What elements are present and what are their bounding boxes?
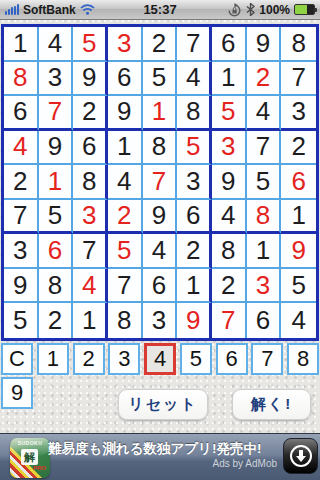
board-cell-r1c1[interactable]: 1 [4, 27, 39, 62]
board-cell-r2c4[interactable]: 6 [108, 62, 143, 97]
board-cell-r6c5[interactable]: 9 [143, 200, 178, 235]
board-cell-r4c2[interactable]: 9 [39, 131, 74, 166]
board-cell-r6c4[interactable]: 2 [108, 200, 143, 235]
board-cell-r5c7[interactable]: 9 [212, 165, 247, 200]
board-cell-r7c4[interactable]: 5 [108, 234, 143, 269]
battery-percent-label: 100% [259, 3, 290, 17]
board-cell-r3c1[interactable]: 6 [4, 96, 39, 131]
board-cell-r3c2[interactable]: 7 [39, 96, 74, 131]
board-cell-r4c7[interactable]: 3 [212, 131, 247, 166]
key-5[interactable]: 5 [180, 343, 212, 375]
board-cell-r7c6[interactable]: 2 [177, 234, 212, 269]
board-cell-r1c7[interactable]: 6 [212, 27, 247, 62]
board-cell-r5c1[interactable]: 2 [4, 165, 39, 200]
status-bar-left: SoftBank [0, 3, 100, 17]
board-cell-r4c9[interactable]: 2 [281, 131, 316, 166]
key-3[interactable]: 3 [108, 343, 140, 375]
board-cell-r9c9[interactable]: 4 [281, 303, 316, 338]
board-cell-r9c5[interactable]: 3 [143, 303, 178, 338]
board-cell-r3c8[interactable]: 4 [247, 96, 282, 131]
board-cell-r7c2[interactable]: 6 [39, 234, 74, 269]
board-cell-r2c7[interactable]: 1 [212, 62, 247, 97]
board-cell-r5c4[interactable]: 4 [108, 165, 143, 200]
board-cell-r7c1[interactable]: 3 [4, 234, 39, 269]
board-cell-r8c2[interactable]: 8 [39, 269, 74, 304]
board-cell-r1c5[interactable]: 2 [143, 27, 178, 62]
board-cell-r9c1[interactable]: 5 [4, 303, 39, 338]
board-cell-r1c6[interactable]: 7 [177, 27, 212, 62]
board-cell-r1c2[interactable]: 4 [39, 27, 74, 62]
board-cell-r8c6[interactable]: 1 [177, 269, 212, 304]
ad-icon-gloss [10, 438, 50, 456]
board-cell-r9c4[interactable]: 8 [108, 303, 143, 338]
board-cell-r4c1[interactable]: 4 [4, 131, 39, 166]
board-cell-r2c1[interactable]: 8 [4, 62, 39, 97]
board-cell-r5c5[interactable]: 7 [143, 165, 178, 200]
rotation-lock-icon [227, 3, 242, 17]
carrier-label: SoftBank [23, 3, 76, 17]
board-cell-r8c4[interactable]: 7 [108, 269, 143, 304]
board-cell-r6c7[interactable]: 4 [212, 200, 247, 235]
board-cell-r2c6[interactable]: 4 [177, 62, 212, 97]
board-cell-r3c5[interactable]: 1 [143, 96, 178, 131]
status-bar: SoftBank 15:37 100% [0, 0, 320, 20]
board-cell-r8c3[interactable]: 4 [73, 269, 108, 304]
board-cell-r4c8[interactable]: 7 [247, 131, 282, 166]
reset-button[interactable]: リセット [118, 389, 208, 420]
board-cell-r2c8[interactable]: 2 [247, 62, 282, 97]
board-cell-r3c9[interactable]: 3 [281, 96, 316, 131]
board-cell-r7c9[interactable]: 9 [281, 234, 316, 269]
board-cell-r6c6[interactable]: 6 [177, 200, 212, 235]
board-cell-r7c5[interactable]: 4 [143, 234, 178, 269]
key-clear[interactable]: C [1, 343, 33, 375]
board-cell-r6c1[interactable]: 7 [4, 200, 39, 235]
key-2[interactable]: 2 [73, 343, 105, 375]
solve-button[interactable]: 解く! [232, 389, 311, 420]
key-9[interactable]: 9 [1, 377, 33, 409]
board-cell-r3c3[interactable]: 2 [73, 96, 108, 131]
board-cell-r2c9[interactable]: 7 [281, 62, 316, 97]
board-cell-r8c9[interactable]: 5 [281, 269, 316, 304]
wifi-icon [80, 4, 95, 15]
board-cell-r3c6[interactable]: 8 [177, 96, 212, 131]
board-cell-r1c3[interactable]: 5 [73, 27, 108, 62]
ad-download-button[interactable] [283, 438, 318, 474]
board-cell-r9c8[interactable]: 6 [247, 303, 282, 338]
key-4[interactable]: 4 [144, 343, 176, 375]
board-cell-r4c4[interactable]: 1 [108, 131, 143, 166]
ad-icon-badge: PRO [33, 465, 46, 471]
board-cell-r8c8[interactable]: 3 [247, 269, 282, 304]
ad-headline[interactable]: 難易度も測れる数独アプリ!発売中! [48, 440, 261, 458]
board-cell-r9c6[interactable]: 9 [177, 303, 212, 338]
board-cell-r7c3[interactable]: 7 [73, 234, 108, 269]
board-cell-r4c5[interactable]: 8 [143, 131, 178, 166]
board-cell-r5c8[interactable]: 5 [247, 165, 282, 200]
board-cell-r6c8[interactable]: 8 [247, 200, 282, 235]
board-cell-r6c9[interactable]: 1 [281, 200, 316, 235]
board-cell-r9c2[interactable]: 2 [39, 303, 74, 338]
key-8[interactable]: 8 [287, 343, 319, 375]
board-cell-r5c6[interactable]: 3 [177, 165, 212, 200]
board-cell-r5c9[interactable]: 6 [281, 165, 316, 200]
board-cell-r5c2[interactable]: 1 [39, 165, 74, 200]
board-cell-r1c9[interactable]: 8 [281, 27, 316, 62]
board-cell-r8c7[interactable]: 2 [212, 269, 247, 304]
key-7[interactable]: 7 [251, 343, 283, 375]
number-keypad: C12345678 [1, 343, 319, 375]
app-screen: SoftBank 15:37 100% 14532769883965412767… [0, 0, 320, 480]
sudoku-board: 1453276988396541276729185434961853722184… [1, 24, 319, 341]
board-cell-r3c4[interactable]: 9 [108, 96, 143, 131]
board-cell-r2c3[interactable]: 9 [73, 62, 108, 97]
board-cell-r8c1[interactable]: 9 [4, 269, 39, 304]
signal-strength-icon [5, 4, 19, 15]
board-cell-r3c7[interactable]: 5 [212, 96, 247, 131]
board-cell-r1c4[interactable]: 3 [108, 27, 143, 62]
board-cell-r2c2[interactable]: 3 [39, 62, 74, 97]
board-cell-r7c8[interactable]: 1 [247, 234, 282, 269]
ads-by-label: Ads by AdMob [213, 458, 277, 469]
board-cell-r2c5[interactable]: 5 [143, 62, 178, 97]
board-cell-r9c7[interactable]: 7 [212, 303, 247, 338]
key-1[interactable]: 1 [37, 343, 69, 375]
board-cell-r7c7[interactable]: 8 [212, 234, 247, 269]
ad-app-icon[interactable]: SUDOKU 解 PRO [10, 438, 50, 478]
board-cell-r4c3[interactable]: 6 [73, 131, 108, 166]
board-cell-r6c3[interactable]: 3 [73, 200, 108, 235]
board-cell-r9c3[interactable]: 1 [73, 303, 108, 338]
board-cell-r8c5[interactable]: 6 [143, 269, 178, 304]
board-cell-r1c8[interactable]: 9 [247, 27, 282, 62]
status-bar-right: 100% [222, 3, 320, 17]
battery-icon [294, 4, 315, 15]
bluetooth-icon [246, 3, 255, 16]
download-arrow-icon [290, 445, 312, 467]
board-cell-r4c6[interactable]: 5 [177, 131, 212, 166]
board-cell-r5c3[interactable]: 8 [73, 165, 108, 200]
board-cell-r6c2[interactable]: 5 [39, 200, 74, 235]
key-6[interactable]: 6 [216, 343, 248, 375]
